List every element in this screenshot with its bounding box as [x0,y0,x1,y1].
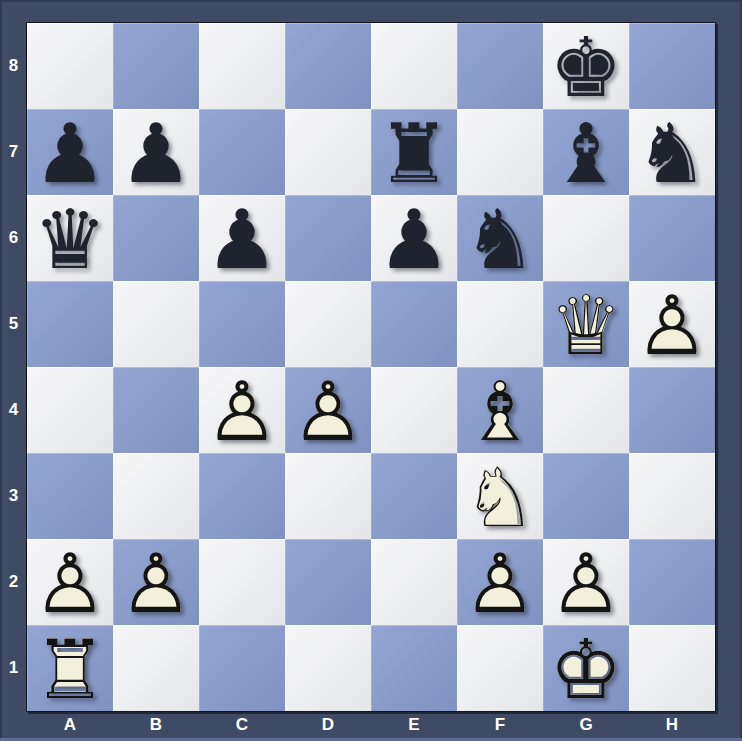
square-d8[interactable] [285,23,371,109]
black-knight-glyph: ♞ [463,199,537,281]
square-f5[interactable] [457,281,543,367]
piece-black-rook-e7[interactable]: ♜ [371,109,457,195]
rank-label-1: 1 [0,625,27,711]
square-e3[interactable] [371,453,457,539]
white-knight-outline-glyph: ♘ [463,457,537,539]
black-knight-glyph: ♞ [635,113,709,195]
square-e2[interactable] [371,539,457,625]
file-label-g: G [543,712,629,738]
square-d6[interactable] [285,195,371,281]
square-a4[interactable] [27,367,113,453]
square-c8[interactable] [199,23,285,109]
square-g4[interactable] [543,367,629,453]
square-d2[interactable] [285,539,371,625]
white-pawn-outline-glyph: ♙ [119,543,193,625]
rank-label-8: 8 [0,23,27,109]
piece-black-bishop-g7[interactable]: ♝ [543,109,629,195]
piece-black-pawn-b7[interactable]: ♟ [113,109,199,195]
square-f7[interactable] [457,109,543,195]
square-e5[interactable] [371,281,457,367]
piece-black-pawn-a7[interactable]: ♟ [27,109,113,195]
square-h8[interactable] [629,23,715,109]
square-b6[interactable] [113,195,199,281]
file-label-f: F [457,712,543,738]
square-b5[interactable] [113,281,199,367]
square-h4[interactable] [629,367,715,453]
piece-white-pawn-c4[interactable]: ♟♙ [199,367,285,453]
square-c5[interactable] [199,281,285,367]
square-f1[interactable] [457,625,543,711]
black-queen-glyph: ♛ [33,199,107,281]
black-king-glyph: ♚ [549,27,623,109]
square-g6[interactable] [543,195,629,281]
square-h1[interactable] [629,625,715,711]
square-d5[interactable] [285,281,371,367]
file-label-b: B [113,712,199,738]
square-b3[interactable] [113,453,199,539]
black-rook-glyph: ♜ [377,113,451,195]
piece-white-pawn-a2[interactable]: ♟♙ [27,539,113,625]
square-e4[interactable] [371,367,457,453]
piece-white-pawn-g2[interactable]: ♟♙ [543,539,629,625]
square-b1[interactable] [113,625,199,711]
square-a8[interactable] [27,23,113,109]
piece-black-pawn-e6[interactable]: ♟ [371,195,457,281]
piece-black-king-g8[interactable]: ♚ [543,23,629,109]
piece-black-knight-f6[interactable]: ♞ [457,195,543,281]
black-pawn-glyph: ♟ [33,113,107,195]
square-c2[interactable] [199,539,285,625]
white-king-outline-glyph: ♔ [549,629,623,711]
rank-label-6: 6 [0,195,27,281]
square-d7[interactable] [285,109,371,195]
piece-white-pawn-f2[interactable]: ♟♙ [457,539,543,625]
square-d1[interactable] [285,625,371,711]
square-h2[interactable] [629,539,715,625]
square-e8[interactable] [371,23,457,109]
rank-label-4: 4 [0,367,27,453]
white-pawn-outline-glyph: ♙ [635,285,709,367]
square-c3[interactable] [199,453,285,539]
square-h6[interactable] [629,195,715,281]
piece-black-knight-h7[interactable]: ♞ [629,109,715,195]
white-pawn-outline-glyph: ♙ [291,371,365,453]
black-pawn-glyph: ♟ [119,113,193,195]
white-pawn-outline-glyph: ♙ [549,543,623,625]
square-a5[interactable] [27,281,113,367]
piece-white-pawn-b2[interactable]: ♟♙ [113,539,199,625]
square-f8[interactable] [457,23,543,109]
piece-white-pawn-h5[interactable]: ♟♙ [629,281,715,367]
white-pawn-outline-glyph: ♙ [205,371,279,453]
piece-white-bishop-f4[interactable]: ♝♗ [457,367,543,453]
piece-white-pawn-d4[interactable]: ♟♙ [285,367,371,453]
black-pawn-glyph: ♟ [377,199,451,281]
square-a3[interactable] [27,453,113,539]
frame-edge-top [0,0,742,2]
chess-board-frame: ♚♟♟♜♝♞♛♟♟♞♛♕♟♙♟♙♟♙♝♗♞♘♟♙♟♙♟♙♟♙♜♖♚♔ 8 7 6… [0,0,742,741]
piece-white-king-g1[interactable]: ♚♔ [543,625,629,711]
white-bishop-outline-glyph: ♗ [463,371,537,453]
file-label-h: H [629,712,715,738]
black-bishop-glyph: ♝ [549,113,623,195]
square-d3[interactable] [285,453,371,539]
square-b4[interactable] [113,367,199,453]
square-b8[interactable] [113,23,199,109]
white-rook-outline-glyph: ♖ [33,629,107,711]
white-pawn-outline-glyph: ♙ [463,543,537,625]
piece-white-knight-f3[interactable]: ♞♘ [457,453,543,539]
square-c1[interactable] [199,625,285,711]
rank-label-2: 2 [0,539,27,625]
piece-black-queen-a6[interactable]: ♛ [27,195,113,281]
white-pawn-outline-glyph: ♙ [33,543,107,625]
rank-label-7: 7 [0,109,27,195]
rank-label-3: 3 [0,453,27,539]
square-e1[interactable] [371,625,457,711]
piece-white-rook-a1[interactable]: ♜♖ [27,625,113,711]
piece-white-queen-g5[interactable]: ♛♕ [543,281,629,367]
white-queen-outline-glyph: ♕ [549,285,623,367]
square-h3[interactable] [629,453,715,539]
file-label-d: D [285,712,371,738]
square-g3[interactable] [543,453,629,539]
square-c7[interactable] [199,109,285,195]
piece-black-pawn-c6[interactable]: ♟ [199,195,285,281]
file-label-c: C [199,712,285,738]
board: ♚♟♟♜♝♞♛♟♟♞♛♕♟♙♟♙♟♙♝♗♞♘♟♙♟♙♟♙♟♙♜♖♚♔ [26,22,716,712]
file-label-a: A [27,712,113,738]
black-pawn-glyph: ♟ [205,199,279,281]
file-label-e: E [371,712,457,738]
rank-label-5: 5 [0,281,27,367]
